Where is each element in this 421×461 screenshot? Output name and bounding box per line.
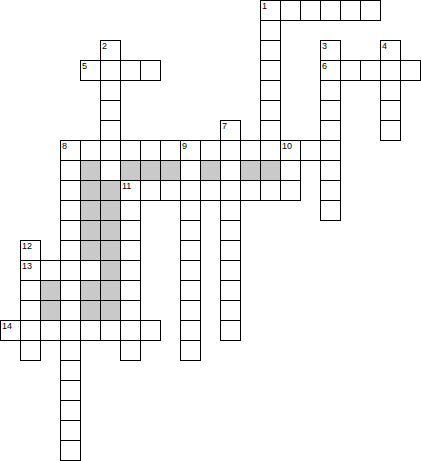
cell-r16c1[interactable] (20, 320, 41, 341)
cell-r12c6[interactable] (120, 240, 141, 261)
blocked-cell-r8c13 (260, 160, 281, 181)
cell-r0c15[interactable] (300, 0, 321, 21)
cell-r0c13[interactable] (260, 0, 281, 21)
cell-r8c3[interactable] (60, 160, 81, 181)
cell-r7c11[interactable] (220, 140, 241, 161)
cell-r8c11[interactable] (220, 160, 241, 181)
blocked-cell-r10c5 (100, 200, 121, 221)
cell-r4c13[interactable] (260, 80, 281, 101)
cell-r6c11[interactable] (220, 120, 241, 141)
cell-r11c9[interactable] (180, 220, 201, 241)
blocked-cell-r8c7 (140, 160, 161, 181)
cell-r7c15[interactable] (300, 140, 321, 161)
cell-r17c6[interactable] (120, 340, 141, 361)
cell-r16c3[interactable] (60, 320, 81, 341)
cell-r7c12[interactable] (240, 140, 261, 161)
cell-r13c11[interactable] (220, 260, 241, 281)
cell-r5c13[interactable] (260, 100, 281, 121)
blocked-cell-r9c4 (80, 180, 101, 201)
cell-r7c16[interactable] (320, 140, 341, 161)
cell-r3c13[interactable] (260, 60, 281, 81)
cell-r2c19[interactable] (380, 40, 401, 61)
cell-r14c3[interactable] (60, 280, 81, 301)
blocked-cell-r13c5 (100, 260, 121, 281)
blocked-cell-r8c4 (80, 160, 101, 181)
cell-r16c7[interactable] (140, 320, 161, 341)
cell-r19c3[interactable] (60, 380, 81, 401)
cell-r3c6[interactable] (120, 60, 141, 81)
cell-r14c9[interactable] (180, 280, 201, 301)
cell-r9c11[interactable] (220, 180, 241, 201)
cell-r12c11[interactable] (220, 240, 241, 261)
blocked-cell-r12c4 (80, 240, 101, 261)
cell-r8c16[interactable] (320, 160, 341, 181)
cell-r9c14[interactable] (280, 180, 301, 201)
cell-r16c6[interactable] (120, 320, 141, 341)
cell-r7c9[interactable] (180, 140, 201, 161)
cell-r10c9[interactable] (180, 200, 201, 221)
blocked-cell-r8c6 (120, 160, 141, 181)
cell-r7c6[interactable] (120, 140, 141, 161)
cell-r8c14[interactable] (280, 160, 301, 181)
blocked-cell-r8c8 (160, 160, 181, 181)
crossword-grid: 1234567891011121314 (0, 0, 421, 461)
cell-r12c1[interactable] (20, 240, 41, 261)
blocked-cell-r14c2 (40, 280, 61, 301)
cell-r10c3[interactable] (60, 200, 81, 221)
cell-r9c10[interactable] (200, 180, 221, 201)
cell-r9c8[interactable] (160, 180, 181, 201)
blocked-cell-r8c10 (200, 160, 221, 181)
cell-r0c16[interactable] (320, 0, 341, 21)
cell-r12c3[interactable] (60, 240, 81, 261)
cell-r0c18[interactable] (360, 0, 381, 21)
cell-r16c11[interactable] (220, 320, 241, 341)
cell-r7c14[interactable] (280, 140, 301, 161)
cell-r9c3[interactable] (60, 180, 81, 201)
blocked-cell-r14c5 (100, 280, 121, 301)
cell-r7c13[interactable] (260, 140, 281, 161)
blocked-cell-r14c4 (80, 280, 101, 301)
cell-r15c3[interactable] (60, 300, 81, 321)
cell-r3c5[interactable] (100, 60, 121, 81)
blocked-cell-r11c5 (100, 220, 121, 241)
cell-r3c7[interactable] (140, 60, 161, 81)
cell-r14c11[interactable] (220, 280, 241, 301)
cell-r14c6[interactable] (120, 280, 141, 301)
cell-r15c9[interactable] (180, 300, 201, 321)
cell-r13c3[interactable] (60, 260, 81, 281)
cell-r3c16[interactable] (320, 60, 341, 81)
cell-r16c2[interactable] (40, 320, 61, 341)
cell-r7c3[interactable] (60, 140, 81, 161)
blocked-cell-r15c5 (100, 300, 121, 321)
cell-r7c10[interactable] (200, 140, 221, 161)
cell-r17c1[interactable] (20, 340, 41, 361)
cell-r9c9[interactable] (180, 180, 201, 201)
cell-r13c2[interactable] (40, 260, 61, 281)
cell-r15c6[interactable] (120, 300, 141, 321)
cell-r11c6[interactable] (120, 220, 141, 241)
cell-r9c7[interactable] (140, 180, 161, 201)
blocked-cell-r15c4 (80, 300, 101, 321)
cell-r17c3[interactable] (60, 340, 81, 361)
cell-r13c4[interactable] (80, 260, 101, 281)
cell-r4c5[interactable] (100, 80, 121, 101)
cell-r20c3[interactable] (60, 400, 81, 421)
cell-r2c5[interactable] (100, 40, 121, 61)
cell-r9c6[interactable] (120, 180, 141, 201)
cell-r9c16[interactable] (320, 180, 341, 201)
cell-r6c13[interactable] (260, 120, 281, 141)
cell-r0c14[interactable] (280, 0, 301, 21)
cell-r16c0[interactable] (0, 320, 21, 341)
cell-r16c5[interactable] (100, 320, 121, 341)
blocked-cell-r15c2 (40, 300, 61, 321)
cell-r6c16[interactable] (320, 120, 341, 141)
cell-r15c1[interactable] (20, 300, 41, 321)
cell-r2c16[interactable] (320, 40, 341, 61)
cell-r3c20[interactable] (400, 60, 421, 81)
cell-r7c8[interactable] (160, 140, 181, 161)
cell-r8c9[interactable] (180, 160, 201, 181)
cell-r7c7[interactable] (140, 140, 161, 161)
cell-r9c13[interactable] (260, 180, 281, 201)
cell-r1c13[interactable] (260, 20, 281, 41)
cell-r9c12[interactable] (240, 180, 261, 201)
cell-r11c3[interactable] (60, 220, 81, 241)
cell-r10c16[interactable] (320, 200, 341, 221)
cell-r16c4[interactable] (80, 320, 101, 341)
cell-r12c9[interactable] (180, 240, 201, 261)
blocked-cell-r10c4 (80, 200, 101, 221)
cell-r0c17[interactable] (340, 0, 361, 21)
cell-r8c5[interactable] (100, 160, 121, 181)
cell-r3c4[interactable] (80, 60, 101, 81)
cell-r3c18[interactable] (360, 60, 381, 81)
cell-r14c1[interactable] (20, 280, 41, 301)
cell-r10c6[interactable] (120, 200, 141, 221)
cell-r13c6[interactable] (120, 260, 141, 281)
cell-r3c17[interactable] (340, 60, 361, 81)
cell-r13c1[interactable] (20, 260, 41, 281)
cell-r16c9[interactable] (180, 320, 201, 341)
cell-r22c3[interactable] (60, 440, 81, 461)
cell-r15c11[interactable] (220, 300, 241, 321)
cell-r18c3[interactable] (60, 360, 81, 381)
cell-r2c13[interactable] (260, 40, 281, 61)
cell-r11c11[interactable] (220, 220, 241, 241)
blocked-cell-r9c5 (100, 180, 121, 201)
cell-r10c11[interactable] (220, 200, 241, 221)
cell-r13c9[interactable] (180, 260, 201, 281)
cell-r5c5[interactable] (100, 100, 121, 121)
cell-r21c3[interactable] (60, 420, 81, 441)
cell-r7c5[interactable] (100, 140, 121, 161)
cell-r7c4[interactable] (80, 140, 101, 161)
cell-r5c19[interactable] (380, 100, 401, 121)
cell-r3c19[interactable] (380, 60, 401, 81)
cell-r17c9[interactable] (180, 340, 201, 361)
cell-r6c5[interactable] (100, 120, 121, 141)
cell-r6c19[interactable] (380, 120, 401, 141)
cell-r4c19[interactable] (380, 80, 401, 101)
blocked-cell-r8c12 (240, 160, 261, 181)
blocked-cell-r12c5 (100, 240, 121, 261)
cell-r5c16[interactable] (320, 100, 341, 121)
blocked-cell-r11c4 (80, 220, 101, 241)
cell-r4c16[interactable] (320, 80, 341, 101)
